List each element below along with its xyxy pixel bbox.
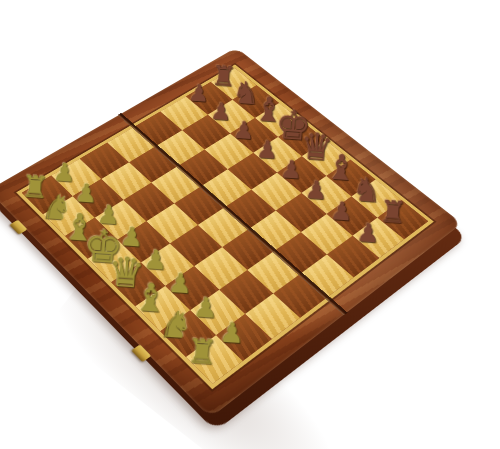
- square-h4: [273, 274, 327, 318]
- brass-rook: ♜: [181, 334, 224, 370]
- square-b3: [101, 162, 151, 200]
- chess-board: ♜♞♝♚♛♝♞♜♟♟♟♟♟♟♟♟♟♟♟♟♟♟♟♟♜♞♝♚♛♝♞♜: [0, 48, 462, 418]
- chess-set-photo: ♜♞♝♚♛♝♞♜♟♟♟♟♟♟♟♟♟♟♟♟♟♟♟♟♜♞♝♚♛♝♞♜: [0, 0, 500, 449]
- copper-pawn: ♟: [349, 219, 387, 247]
- square-c4: [151, 166, 201, 204]
